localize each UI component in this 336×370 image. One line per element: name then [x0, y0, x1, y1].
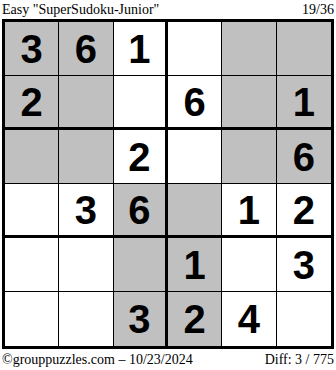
- cell-r1c6-empty[interactable]: [277, 22, 331, 76]
- header: Easy "SuperSudoku-Junior" 19/36: [2, 0, 334, 19]
- cell-r5c3-empty[interactable]: [114, 238, 168, 292]
- footer: ©grouppuzzles.com – 10/23/2024 Diff: 3 /…: [2, 349, 334, 370]
- cell-r1c4-empty[interactable]: [168, 22, 222, 76]
- cell-r2c5-empty[interactable]: [222, 76, 276, 130]
- cell-r4c3-given: 6: [114, 184, 168, 238]
- cell-r4c2-given: 3: [59, 184, 113, 238]
- cell-r3c3-given: 2: [114, 130, 168, 184]
- cell-r5c4-given: 1: [168, 238, 222, 292]
- cell-r5c1-empty[interactable]: [5, 238, 59, 292]
- copyright-date: ©grouppuzzles.com – 10/23/2024: [2, 352, 193, 368]
- difficulty-label: Diff: 3 / 775: [265, 352, 334, 368]
- cell-r6c5-given: 4: [222, 292, 276, 346]
- sudoku-grid: 36126126361213324: [2, 19, 334, 349]
- cell-r4c6-given: 2: [277, 184, 331, 238]
- cell-r3c5-empty[interactable]: [222, 130, 276, 184]
- cell-r1c3-given: 1: [114, 22, 168, 76]
- cell-r2c1-given: 2: [5, 76, 59, 130]
- cell-r6c1-empty[interactable]: [5, 292, 59, 346]
- cell-r1c1-given: 3: [5, 22, 59, 76]
- cell-r2c3-empty[interactable]: [114, 76, 168, 130]
- cell-r3c2-empty[interactable]: [59, 130, 113, 184]
- cell-r2c6-given: 1: [277, 76, 331, 130]
- cell-r5c6-given: 3: [277, 238, 331, 292]
- cell-r4c1-empty[interactable]: [5, 184, 59, 238]
- puzzle-page: Easy "SuperSudoku-Junior" 19/36 36126126…: [0, 0, 336, 370]
- cell-r2c4-given: 6: [168, 76, 222, 130]
- cell-r1c5-empty[interactable]: [222, 22, 276, 76]
- cell-r5c5-empty[interactable]: [222, 238, 276, 292]
- cell-r6c4-given: 2: [168, 292, 222, 346]
- cell-r6c3-given: 3: [114, 292, 168, 346]
- cell-r6c6-empty[interactable]: [277, 292, 331, 346]
- cell-r2c2-empty[interactable]: [59, 76, 113, 130]
- puzzle-title: Easy "SuperSudoku-Junior": [2, 2, 159, 18]
- cell-r3c4-empty[interactable]: [168, 130, 222, 184]
- cell-r3c1-empty[interactable]: [5, 130, 59, 184]
- cell-r6c2-empty[interactable]: [59, 292, 113, 346]
- cell-r4c5-given: 1: [222, 184, 276, 238]
- cell-r5c2-empty[interactable]: [59, 238, 113, 292]
- puzzle-number: 19/36: [302, 2, 334, 18]
- cell-r4c4-empty[interactable]: [168, 184, 222, 238]
- cell-r3c6-given: 6: [277, 130, 331, 184]
- cell-r1c2-given: 6: [59, 22, 113, 76]
